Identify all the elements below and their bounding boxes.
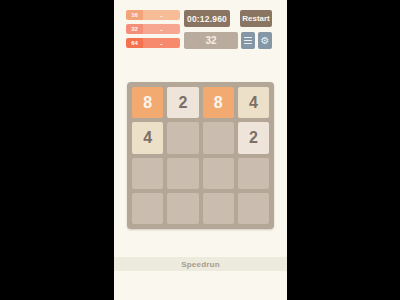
current-tile-display: 32 bbox=[184, 32, 238, 49]
empty-cell bbox=[167, 193, 198, 224]
empty-cell bbox=[167, 122, 198, 153]
restart-button[interactable]: Restart bbox=[240, 10, 272, 27]
letterbox: 16 - 32 - 64 - 00:12.960 Restart 32 bbox=[0, 0, 400, 300]
tile-4: 4 bbox=[238, 87, 269, 118]
tile-2: 2 bbox=[167, 87, 198, 118]
best-time-row-16: 16 - bbox=[126, 10, 180, 20]
hamburger-icon bbox=[244, 37, 252, 45]
timer-display: 00:12.960 bbox=[184, 10, 230, 27]
tile-8: 8 bbox=[132, 87, 163, 118]
empty-cell bbox=[203, 193, 234, 224]
empty-cell bbox=[203, 158, 234, 189]
tile-16-label: 16 bbox=[126, 10, 143, 20]
menu-button[interactable] bbox=[241, 32, 255, 49]
best-times-panel: 16 - 32 - 64 - bbox=[126, 10, 180, 52]
game-board[interactable]: 828442 bbox=[127, 82, 274, 229]
tile-64-best-time: - bbox=[143, 38, 180, 48]
gear-icon: ⚙ bbox=[261, 36, 270, 46]
header-right: 00:12.960 Restart 32 ⚙ bbox=[184, 10, 272, 54]
tile-2: 2 bbox=[238, 122, 269, 153]
tile-4: 4 bbox=[132, 122, 163, 153]
tile-16-best-time: - bbox=[143, 10, 180, 20]
empty-cell bbox=[132, 193, 163, 224]
settings-button[interactable]: ⚙ bbox=[258, 32, 272, 49]
empty-cell bbox=[203, 122, 234, 153]
tile-32-label: 32 bbox=[126, 24, 143, 34]
mode-label: Speedrun bbox=[181, 260, 220, 269]
best-time-row-32: 32 - bbox=[126, 24, 180, 34]
mode-bar: Speedrun bbox=[114, 257, 287, 271]
empty-cell bbox=[167, 158, 198, 189]
empty-cell bbox=[238, 193, 269, 224]
app-screen: 16 - 32 - 64 - 00:12.960 Restart 32 bbox=[114, 0, 287, 300]
tile-8: 8 bbox=[203, 87, 234, 118]
best-time-row-64: 64 - bbox=[126, 38, 180, 48]
empty-cell bbox=[238, 158, 269, 189]
empty-cell bbox=[132, 158, 163, 189]
tile-32-best-time: - bbox=[143, 24, 180, 34]
tile-64-label: 64 bbox=[126, 38, 143, 48]
